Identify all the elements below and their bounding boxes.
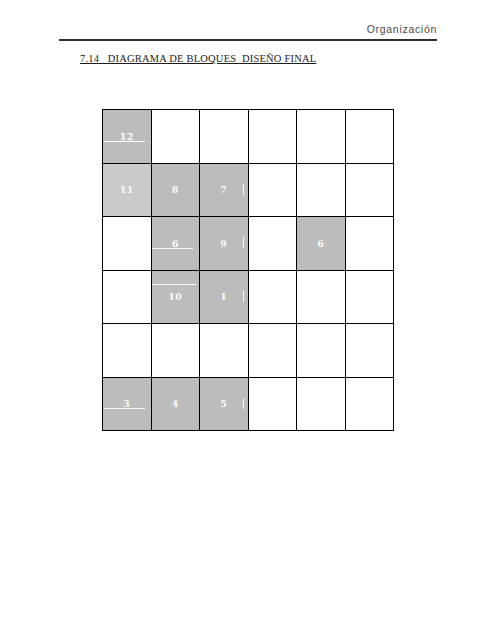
grid-cell-r5c2	[152, 324, 200, 377]
block-number: 5	[220, 399, 227, 409]
grid-cell-r4c4	[249, 271, 297, 324]
block-right-bar-mark	[243, 237, 244, 248]
document-page: Organización 7.14 DIAGRAMA DE BLOQUES DI…	[0, 0, 495, 640]
block-number: 8	[172, 185, 179, 195]
grid-cell-r5c4	[249, 324, 297, 377]
block-number: 11	[120, 185, 134, 195]
grid-cell-r5c6	[346, 324, 394, 377]
block-right-bar-mark	[243, 291, 244, 302]
grid-cell-r2c1: 11	[103, 164, 151, 217]
block-number: 4	[172, 399, 179, 409]
grid-cell-r3c1	[103, 217, 151, 270]
section-title: 7.14 DIAGRAMA DE BLOQUES DISEÑO FINAL	[80, 53, 316, 64]
grid-cell-r3c4	[249, 217, 297, 270]
grid-cell-r3c5: 6	[297, 217, 345, 270]
grid-cell-r6c6	[346, 378, 394, 431]
block-right-bar-mark	[243, 398, 244, 409]
grid-cell-r6c5	[297, 378, 345, 431]
block-number: 7	[220, 185, 227, 195]
grid-cell-r4c3: 1	[200, 271, 248, 324]
block-overline-mark	[152, 284, 196, 285]
grid-cell-r2c3: 7	[200, 164, 248, 217]
block-underline-mark	[104, 141, 145, 142]
grid-cell-r6c1: 3	[103, 378, 151, 431]
grid-cell-r4c2: 10	[152, 271, 200, 324]
grid-cell-r6c3: 5	[200, 378, 248, 431]
grid-cell-r4c5	[297, 271, 345, 324]
block-number: 3	[123, 399, 130, 409]
grid-cell-r3c6	[346, 217, 394, 270]
grid-cell-r2c6	[346, 164, 394, 217]
grid-cell-r6c4	[249, 378, 297, 431]
grid-cell-r3c3: 9	[200, 217, 248, 270]
grid-cell-r1c5	[297, 110, 345, 163]
grid-cell-r5c5	[297, 324, 345, 377]
grid-cell-r6c2: 4	[152, 378, 200, 431]
block-underline-mark	[152, 248, 193, 249]
block-diagram-grid: 121187696101345	[102, 109, 394, 431]
grid-cell-r3c2: 6	[152, 217, 200, 270]
block-number: 10	[168, 292, 182, 302]
grid-cell-r1c3	[200, 110, 248, 163]
grid-cell-r1c6	[346, 110, 394, 163]
grid-cell-r2c5	[297, 164, 345, 217]
block-number: 6	[317, 239, 324, 249]
grid-cell-r4c1	[103, 271, 151, 324]
running-header: Organización	[367, 23, 437, 35]
block-underline-mark	[104, 408, 145, 409]
grid-cell-r5c3	[200, 324, 248, 377]
block-number: 9	[220, 239, 227, 249]
grid-cell-r2c2: 8	[152, 164, 200, 217]
grid-cell-r4c6	[346, 271, 394, 324]
block-number: 1	[220, 292, 227, 302]
grid-cell-r1c1: 12	[103, 110, 151, 163]
block-number: 12	[120, 132, 134, 142]
block-right-bar-mark	[243, 184, 244, 195]
block-number: 6	[172, 239, 179, 249]
grid-cell-r1c2	[152, 110, 200, 163]
grid-cell-r1c4	[249, 110, 297, 163]
grid-cell-r5c1	[103, 324, 151, 377]
header-rule	[59, 39, 437, 41]
grid-cell-r2c4	[249, 164, 297, 217]
